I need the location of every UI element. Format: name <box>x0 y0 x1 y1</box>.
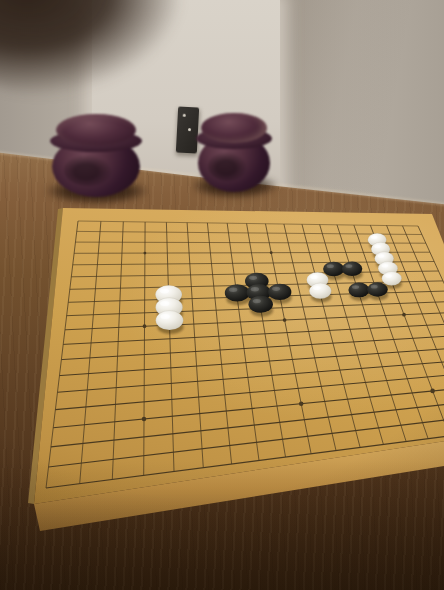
stone-highlight <box>253 299 261 303</box>
stone-black <box>342 262 362 276</box>
stone-highlight <box>160 314 169 319</box>
stone-highlight <box>160 289 169 294</box>
stone-black <box>323 262 344 277</box>
photo-scene <box>0 0 444 590</box>
stone-highlight <box>385 274 392 278</box>
stone-black <box>268 284 291 300</box>
stone-highlight <box>374 245 380 248</box>
stone-highlight <box>371 236 377 239</box>
hoshi-point <box>299 401 304 406</box>
stone-highlight <box>229 288 237 292</box>
stone-highlight <box>378 254 385 258</box>
hoshi-point <box>142 417 147 422</box>
hoshi-point <box>270 251 273 254</box>
stone-white <box>156 311 184 330</box>
stone-highlight <box>272 287 280 291</box>
stone-highlight <box>371 285 378 289</box>
stone-highlight <box>382 264 389 268</box>
stone-black <box>225 284 250 301</box>
stone-highlight <box>310 275 317 279</box>
hoshi-point <box>143 324 147 328</box>
stone-highlight <box>249 276 257 280</box>
stone-black <box>348 283 369 298</box>
stone-black <box>367 282 388 296</box>
stone-white <box>382 272 402 286</box>
stone-highlight <box>160 301 169 306</box>
stone-highlight <box>327 264 334 268</box>
stone-white <box>309 283 331 299</box>
stone-highlight <box>352 285 359 289</box>
hoshi-point <box>143 252 146 255</box>
stone-highlight <box>251 287 259 291</box>
hoshi-point <box>283 318 287 322</box>
stone-black <box>249 296 273 313</box>
hoshi-point <box>430 389 435 394</box>
hoshi-point <box>402 313 406 317</box>
go-board <box>0 0 444 590</box>
stone-highlight <box>345 264 352 268</box>
stone-highlight <box>313 286 321 290</box>
